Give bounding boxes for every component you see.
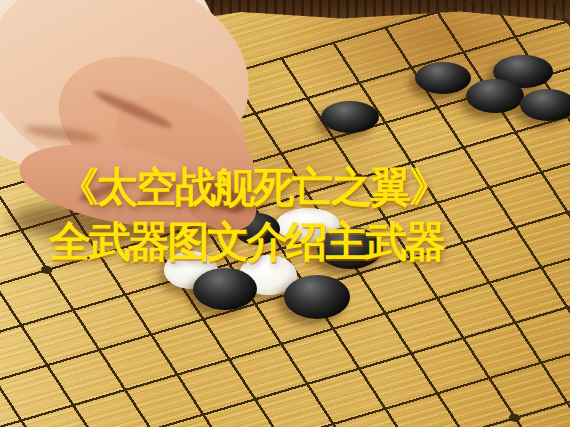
caption-line-2: 全武器图文介绍主武器 bbox=[49, 221, 444, 263]
go-board-photo: 《太空战舰死亡之翼》 全武器图文介绍主武器 bbox=[0, 0, 570, 427]
caption-overlay: 《太空战舰死亡之翼》 全武器图文介绍主武器 bbox=[0, 0, 570, 427]
caption-line-1: 《太空战舰死亡之翼》 bbox=[58, 167, 448, 208]
